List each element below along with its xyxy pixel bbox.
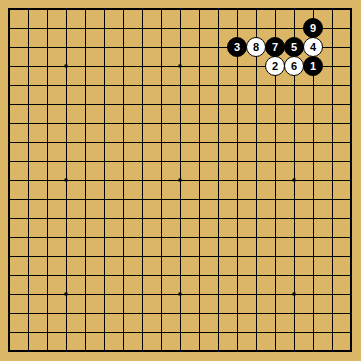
board-point[interactable] [76,323,95,342]
board-point[interactable] [323,114,342,133]
board-point[interactable] [304,152,323,171]
board-point[interactable] [114,323,133,342]
board-point[interactable] [152,0,171,19]
board-point[interactable] [0,323,19,342]
board-point[interactable] [133,19,152,38]
board-point[interactable] [57,323,76,342]
board-point[interactable] [285,228,304,247]
board-point[interactable] [266,171,285,190]
board-point[interactable] [95,57,114,76]
board-point[interactable] [57,342,76,361]
stone-white[interactable]: 2 [265,56,285,76]
board-point[interactable] [323,57,342,76]
board-point[interactable] [114,95,133,114]
board-point[interactable] [38,38,57,57]
board-point[interactable] [266,228,285,247]
board-point[interactable] [152,209,171,228]
board-point[interactable] [228,266,247,285]
board-point[interactable] [95,95,114,114]
board-point[interactable] [323,342,342,361]
board-point[interactable] [114,247,133,266]
board-point[interactable] [209,57,228,76]
board-point[interactable] [190,285,209,304]
board-point[interactable] [228,114,247,133]
board-point[interactable] [0,266,19,285]
board-point[interactable] [152,152,171,171]
board-point[interactable] [304,228,323,247]
stone-black[interactable]: 7 [265,37,285,57]
board-point[interactable] [114,171,133,190]
board-point[interactable] [342,152,361,171]
board-point[interactable] [19,171,38,190]
board-point[interactable] [171,190,190,209]
board-point[interactable] [209,247,228,266]
board-point[interactable] [247,0,266,19]
board-point[interactable] [247,95,266,114]
board-point[interactable] [228,19,247,38]
board-point[interactable] [114,266,133,285]
board-point[interactable] [190,0,209,19]
board-point[interactable] [209,342,228,361]
board-point[interactable] [152,190,171,209]
board-point[interactable] [323,190,342,209]
board-point[interactable] [304,323,323,342]
board-point[interactable] [304,247,323,266]
board-point[interactable] [285,76,304,95]
board-point[interactable] [304,285,323,304]
board-point[interactable] [304,133,323,152]
board-point[interactable] [0,342,19,361]
board-point[interactable] [133,0,152,19]
board-point[interactable] [342,323,361,342]
board-point[interactable] [304,76,323,95]
board-point[interactable] [190,209,209,228]
board-point[interactable] [19,285,38,304]
board-point[interactable] [228,0,247,19]
board-point[interactable] [152,38,171,57]
board-point[interactable] [171,247,190,266]
board-point[interactable] [57,152,76,171]
board-point[interactable] [342,57,361,76]
board-point[interactable] [133,57,152,76]
board-point[interactable] [76,171,95,190]
board-point[interactable] [342,171,361,190]
board-point[interactable] [38,228,57,247]
board-point[interactable] [247,152,266,171]
board-point[interactable] [133,133,152,152]
board-point[interactable] [266,266,285,285]
board-point[interactable] [0,285,19,304]
board-point[interactable] [323,323,342,342]
board-point[interactable] [323,285,342,304]
board-point[interactable] [0,95,19,114]
board-point[interactable] [76,152,95,171]
board-point[interactable] [19,57,38,76]
board-point[interactable] [19,76,38,95]
board-point[interactable] [323,152,342,171]
board-point[interactable] [95,304,114,323]
board-point[interactable] [38,190,57,209]
board-point[interactable] [190,19,209,38]
board-point[interactable] [285,304,304,323]
board-point[interactable] [57,304,76,323]
board-point[interactable] [209,266,228,285]
board-point[interactable] [323,266,342,285]
board-point[interactable] [19,209,38,228]
board-point[interactable] [76,266,95,285]
board-point[interactable] [171,152,190,171]
board-point[interactable] [304,209,323,228]
stone-white[interactable]: 4 [303,37,323,57]
go-board[interactable]: 123456789 [0,0,361,361]
board-point[interactable] [228,171,247,190]
board-point[interactable] [0,190,19,209]
board-point[interactable] [0,38,19,57]
board-point[interactable] [171,114,190,133]
board-point[interactable] [342,342,361,361]
board-point[interactable] [152,57,171,76]
board-point[interactable] [133,209,152,228]
board-point[interactable] [76,0,95,19]
board-point[interactable] [209,19,228,38]
board-point[interactable] [38,95,57,114]
board-point[interactable] [95,190,114,209]
board-point[interactable] [342,38,361,57]
board-point[interactable] [228,304,247,323]
stone-white[interactable]: 6 [284,56,304,76]
board-point[interactable] [304,114,323,133]
board-point[interactable] [114,209,133,228]
stone-black[interactable]: 1 [303,56,323,76]
board-point[interactable] [133,285,152,304]
board-point[interactable] [266,0,285,19]
board-point[interactable] [19,95,38,114]
board-point[interactable] [76,247,95,266]
board-point[interactable] [228,152,247,171]
board-point[interactable] [114,228,133,247]
board-point[interactable] [95,342,114,361]
board-point[interactable] [38,266,57,285]
board-point[interactable] [0,133,19,152]
board-point[interactable] [323,0,342,19]
board-point[interactable] [133,114,152,133]
board-point[interactable] [114,190,133,209]
board-point[interactable] [266,133,285,152]
board-point[interactable] [209,171,228,190]
board-point[interactable] [247,57,266,76]
board-point[interactable] [76,285,95,304]
board-point[interactable] [323,133,342,152]
board-point[interactable] [38,0,57,19]
board-point[interactable] [38,247,57,266]
board-point[interactable] [133,171,152,190]
board-point[interactable] [152,133,171,152]
board-point[interactable] [19,114,38,133]
board-point[interactable] [0,304,19,323]
board-point[interactable] [76,133,95,152]
board-point[interactable] [114,76,133,95]
board-point[interactable] [209,38,228,57]
board-point[interactable] [114,133,133,152]
board-point[interactable] [304,171,323,190]
board-point[interactable] [247,133,266,152]
board-point[interactable] [19,152,38,171]
board-point[interactable] [342,228,361,247]
board-point[interactable] [247,304,266,323]
stone-black[interactable]: 5 [284,37,304,57]
board-point[interactable] [247,171,266,190]
board-point[interactable] [247,190,266,209]
board-point[interactable] [133,228,152,247]
board-point[interactable] [285,133,304,152]
board-point[interactable] [152,19,171,38]
board-point[interactable] [342,266,361,285]
board-point[interactable] [228,209,247,228]
board-point[interactable] [266,19,285,38]
board-point[interactable] [95,209,114,228]
board-point[interactable] [57,76,76,95]
board-point[interactable] [247,76,266,95]
board-point[interactable] [209,190,228,209]
board-point[interactable] [38,171,57,190]
board-point[interactable] [114,0,133,19]
board-point[interactable] [171,323,190,342]
board-point[interactable] [228,57,247,76]
board-point[interactable] [247,323,266,342]
board-point[interactable] [57,247,76,266]
board-point[interactable] [171,304,190,323]
board-point[interactable] [19,323,38,342]
board-point[interactable] [152,171,171,190]
board-point[interactable] [152,247,171,266]
board-point[interactable] [228,228,247,247]
board-point[interactable] [171,209,190,228]
board-point[interactable] [152,342,171,361]
board-point[interactable] [38,57,57,76]
board-point[interactable] [38,285,57,304]
board-point[interactable] [0,247,19,266]
board-point[interactable] [19,19,38,38]
board-point[interactable] [285,19,304,38]
board-point[interactable] [114,304,133,323]
board-point[interactable] [285,323,304,342]
board-point[interactable] [190,152,209,171]
board-point[interactable] [323,76,342,95]
board-point[interactable] [152,304,171,323]
stone-black[interactable]: 9 [303,18,323,38]
board-point[interactable] [95,0,114,19]
board-point[interactable] [19,342,38,361]
board-point[interactable] [76,95,95,114]
board-point[interactable] [323,95,342,114]
board-point[interactable] [342,114,361,133]
board-point[interactable] [190,323,209,342]
board-point[interactable] [38,342,57,361]
board-point[interactable] [323,19,342,38]
board-point[interactable] [285,247,304,266]
board-point[interactable] [228,285,247,304]
board-point[interactable] [38,304,57,323]
board-point[interactable] [0,57,19,76]
board-point[interactable] [38,133,57,152]
board-point[interactable] [228,133,247,152]
board-point[interactable] [247,19,266,38]
board-point[interactable] [114,57,133,76]
board-point[interactable] [266,114,285,133]
board-point[interactable] [38,323,57,342]
stone-black[interactable]: 3 [227,37,247,57]
board-point[interactable] [76,228,95,247]
board-point[interactable] [342,304,361,323]
board-point[interactable] [285,114,304,133]
board-point[interactable] [209,114,228,133]
board-point[interactable] [57,228,76,247]
board-point[interactable] [152,114,171,133]
board-point[interactable] [285,152,304,171]
board-point[interactable] [133,342,152,361]
board-point[interactable] [57,114,76,133]
board-point[interactable] [342,133,361,152]
board-point[interactable] [57,133,76,152]
board-point[interactable] [171,0,190,19]
board-point[interactable] [133,190,152,209]
board-point[interactable] [247,228,266,247]
board-point[interactable] [19,133,38,152]
board-point[interactable] [171,342,190,361]
board-point[interactable] [114,342,133,361]
board-point[interactable] [76,76,95,95]
board-point[interactable] [171,38,190,57]
board-point[interactable] [133,323,152,342]
board-point[interactable] [190,228,209,247]
board-point[interactable] [228,190,247,209]
board-point[interactable] [266,190,285,209]
board-point[interactable] [266,247,285,266]
board-point[interactable] [323,228,342,247]
board-point[interactable] [95,152,114,171]
board-point[interactable] [57,209,76,228]
board-point[interactable] [190,171,209,190]
board-point[interactable] [152,285,171,304]
board-point[interactable] [342,95,361,114]
board-point[interactable] [342,19,361,38]
board-point[interactable] [152,95,171,114]
board-point[interactable] [0,152,19,171]
board-point[interactable] [133,304,152,323]
board-point[interactable] [19,266,38,285]
board-point[interactable] [95,133,114,152]
board-point[interactable] [0,171,19,190]
board-point[interactable] [247,342,266,361]
board-point[interactable] [304,190,323,209]
board-point[interactable] [266,76,285,95]
board-point[interactable] [95,19,114,38]
board-point[interactable] [57,190,76,209]
board-point[interactable] [114,114,133,133]
board-point[interactable] [19,228,38,247]
board-point[interactable] [209,285,228,304]
board-point[interactable] [342,0,361,19]
board-point[interactable] [228,95,247,114]
board-point[interactable] [190,304,209,323]
board-point[interactable] [266,95,285,114]
board-point[interactable] [228,76,247,95]
board-point[interactable] [304,0,323,19]
board-point[interactable] [190,247,209,266]
board-point[interactable] [76,19,95,38]
board-point[interactable] [38,76,57,95]
board-point[interactable] [152,228,171,247]
board-point[interactable] [133,266,152,285]
board-point[interactable] [266,304,285,323]
board-point[interactable] [38,114,57,133]
board-point[interactable] [323,171,342,190]
board-point[interactable] [19,190,38,209]
board-point[interactable] [0,0,19,19]
board-point[interactable] [0,228,19,247]
board-point[interactable] [95,228,114,247]
board-point[interactable] [133,76,152,95]
board-point[interactable] [114,19,133,38]
board-point[interactable] [285,0,304,19]
board-point[interactable] [95,247,114,266]
board-point[interactable] [285,209,304,228]
board-point[interactable] [247,114,266,133]
board-point[interactable] [0,76,19,95]
board-point[interactable] [190,38,209,57]
board-point[interactable] [57,95,76,114]
board-point[interactable] [133,38,152,57]
board-point[interactable] [323,247,342,266]
board-point[interactable] [114,285,133,304]
stone-white[interactable]: 8 [246,37,266,57]
board-point[interactable] [171,266,190,285]
board-point[interactable] [152,323,171,342]
board-point[interactable] [19,0,38,19]
board-point[interactable] [304,95,323,114]
board-point[interactable] [209,323,228,342]
board-point[interactable] [247,209,266,228]
board-point[interactable] [228,323,247,342]
board-point[interactable] [38,152,57,171]
board-point[interactable] [95,323,114,342]
board-point[interactable] [19,38,38,57]
board-point[interactable] [190,266,209,285]
board-point[interactable] [57,266,76,285]
board-point[interactable] [209,152,228,171]
board-point[interactable] [76,342,95,361]
board-point[interactable] [57,38,76,57]
board-point[interactable] [266,209,285,228]
board-point[interactable] [76,57,95,76]
board-point[interactable] [95,76,114,95]
board-point[interactable] [342,247,361,266]
board-point[interactable] [171,19,190,38]
board-point[interactable] [57,19,76,38]
board-point[interactable] [152,76,171,95]
board-point[interactable] [0,19,19,38]
board-point[interactable] [228,342,247,361]
board-point[interactable] [57,0,76,19]
board-point[interactable] [76,190,95,209]
board-point[interactable] [342,285,361,304]
board-point[interactable] [95,171,114,190]
board-point[interactable] [323,209,342,228]
board-point[interactable] [0,114,19,133]
board-point[interactable] [304,266,323,285]
board-point[interactable] [266,342,285,361]
board-point[interactable] [76,209,95,228]
